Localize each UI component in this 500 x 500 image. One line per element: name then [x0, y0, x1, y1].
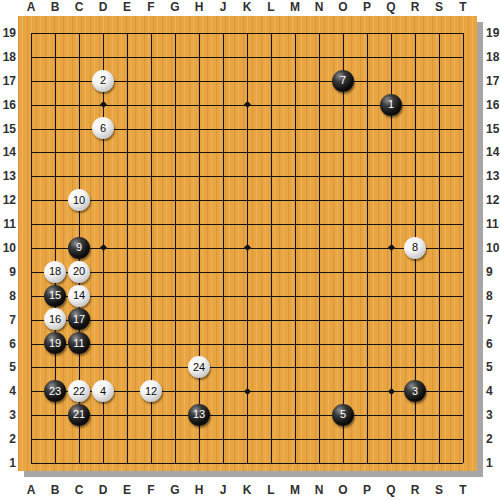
- row-label-left-1: 1: [1, 456, 16, 470]
- col-label-top-J: J: [213, 0, 233, 14]
- go-stone-white-c8: 14: [68, 285, 90, 307]
- move-number: 5: [340, 409, 346, 420]
- col-label-top-M: M: [285, 0, 305, 14]
- col-label-bottom-P: P: [357, 483, 377, 497]
- go-stone-black-h3: 13: [188, 404, 210, 426]
- row-label-left-13: 13: [1, 169, 16, 183]
- row-label-left-18: 18: [1, 50, 16, 64]
- col-label-top-F: F: [141, 0, 161, 14]
- move-number: 11: [73, 338, 84, 349]
- row-label-left-8: 8: [1, 289, 16, 303]
- go-stone-black-b6: 19: [44, 332, 66, 354]
- row-label-left-2: 2: [1, 432, 16, 446]
- row-label-left-14: 14: [1, 145, 16, 159]
- row-label-right-2: 2: [486, 432, 500, 446]
- go-stone-white-f4: 12: [140, 380, 162, 402]
- move-number: 8: [412, 242, 418, 253]
- go-stone-black-o3: 5: [332, 404, 354, 426]
- row-label-right-12: 12: [486, 193, 500, 207]
- row-label-right-18: 18: [486, 50, 500, 64]
- move-number: 22: [73, 386, 85, 397]
- move-number: 6: [100, 123, 106, 134]
- move-number: 2: [100, 75, 106, 86]
- col-label-bottom-O: O: [333, 483, 353, 497]
- row-label-right-11: 11: [486, 217, 500, 231]
- col-label-bottom-K: K: [237, 483, 257, 497]
- star-point: [99, 244, 106, 251]
- col-label-bottom-L: L: [261, 483, 281, 497]
- star-point: [243, 388, 250, 395]
- row-label-right-5: 5: [486, 360, 500, 374]
- col-label-bottom-T: T: [453, 483, 473, 497]
- star-point: [243, 244, 250, 251]
- row-label-right-16: 16: [486, 98, 500, 112]
- move-number: 16: [49, 314, 61, 325]
- row-label-right-1: 1: [486, 456, 500, 470]
- row-label-left-9: 9: [1, 265, 16, 279]
- col-label-top-C: C: [69, 0, 89, 14]
- col-label-bottom-F: F: [141, 483, 161, 497]
- go-stone-black-o17: 7: [332, 70, 354, 92]
- col-label-bottom-E: E: [117, 483, 137, 497]
- col-label-bottom-G: G: [165, 483, 185, 497]
- go-stone-white-d17: 2: [92, 70, 114, 92]
- row-label-right-15: 15: [486, 122, 500, 136]
- go-stone-black-c3: 21: [68, 404, 90, 426]
- col-label-top-G: G: [165, 0, 185, 14]
- col-label-bottom-Q: Q: [381, 483, 401, 497]
- col-label-top-L: L: [261, 0, 281, 14]
- row-label-left-19: 19: [1, 26, 16, 40]
- move-number: 10: [73, 195, 85, 206]
- row-label-left-6: 6: [1, 337, 16, 351]
- col-label-bottom-S: S: [429, 483, 449, 497]
- move-number: 9: [76, 242, 82, 253]
- col-label-top-R: R: [405, 0, 425, 14]
- go-stone-black-c7: 17: [68, 308, 90, 330]
- star-point: [387, 244, 394, 251]
- row-label-left-17: 17: [1, 74, 16, 88]
- star-point: [243, 101, 250, 108]
- col-label-top-A: A: [21, 0, 41, 14]
- col-label-bottom-H: H: [189, 483, 209, 497]
- col-label-bottom-D: D: [93, 483, 113, 497]
- move-number: 20: [73, 266, 85, 277]
- row-label-right-9: 9: [486, 265, 500, 279]
- move-number: 3: [412, 386, 418, 397]
- move-number: 12: [145, 386, 157, 397]
- go-stone-white-r10: 8: [404, 237, 426, 259]
- row-label-left-10: 10: [1, 241, 16, 255]
- go-stone-white-c4: 22: [68, 380, 90, 402]
- col-label-bottom-R: R: [405, 483, 425, 497]
- star-point: [99, 101, 106, 108]
- move-number: 23: [49, 386, 61, 397]
- row-label-right-17: 17: [486, 74, 500, 88]
- row-label-left-11: 11: [1, 217, 16, 231]
- col-label-bottom-B: B: [45, 483, 65, 497]
- move-number: 21: [73, 409, 85, 420]
- col-label-top-S: S: [429, 0, 449, 14]
- col-label-top-K: K: [237, 0, 257, 14]
- row-label-left-7: 7: [1, 313, 16, 327]
- row-label-left-5: 5: [1, 360, 16, 374]
- go-stone-black-c6: 11: [68, 332, 90, 354]
- go-stone-black-b8: 15: [44, 285, 66, 307]
- col-label-top-E: E: [117, 0, 137, 14]
- move-number: 13: [193, 409, 205, 420]
- row-label-right-7: 7: [486, 313, 500, 327]
- move-number: 15: [49, 290, 61, 301]
- move-number: 17: [73, 314, 85, 325]
- row-label-right-8: 8: [486, 289, 500, 303]
- go-stone-white-c9: 20: [68, 261, 90, 283]
- row-label-right-6: 6: [486, 337, 500, 351]
- move-number: 24: [193, 362, 205, 373]
- col-label-top-B: B: [45, 0, 65, 14]
- row-label-right-13: 13: [486, 169, 500, 183]
- row-label-left-16: 16: [1, 98, 16, 112]
- move-number: 7: [340, 75, 346, 86]
- go-stone-white-b7: 16: [44, 308, 66, 330]
- col-label-bottom-M: M: [285, 483, 305, 497]
- row-label-right-14: 14: [486, 145, 500, 159]
- row-label-right-19: 19: [486, 26, 500, 40]
- go-stone-black-r4: 3: [404, 380, 426, 402]
- move-number: 18: [49, 266, 61, 277]
- row-label-right-3: 3: [486, 408, 500, 422]
- row-label-left-12: 12: [1, 193, 16, 207]
- col-label-top-N: N: [309, 0, 329, 14]
- move-number: 1: [388, 99, 394, 110]
- col-label-top-O: O: [333, 0, 353, 14]
- col-label-top-P: P: [357, 0, 377, 14]
- go-stone-white-b9: 18: [44, 261, 66, 283]
- col-label-top-H: H: [189, 0, 209, 14]
- col-label-top-D: D: [93, 0, 113, 14]
- go-stone-white-c12: 10: [68, 189, 90, 211]
- go-stone-white-d4: 4: [92, 380, 114, 402]
- go-stone-white-d15: 6: [92, 117, 114, 139]
- stones-layer: 123456789101112131415161718192021222324: [19, 21, 475, 475]
- go-board[interactable]: 123456789101112131415161718192021222324: [18, 16, 477, 471]
- go-stone-black-c10: 9: [68, 237, 90, 259]
- star-point: [387, 388, 394, 395]
- move-number: 14: [73, 290, 85, 301]
- col-label-bottom-N: N: [309, 483, 329, 497]
- row-label-left-4: 4: [1, 384, 16, 398]
- go-stone-black-q16: 1: [380, 94, 402, 116]
- col-label-bottom-J: J: [213, 483, 233, 497]
- go-stone-black-b4: 23: [44, 380, 66, 402]
- col-label-top-Q: Q: [381, 0, 401, 14]
- col-label-top-T: T: [453, 0, 473, 14]
- move-number: 19: [49, 338, 61, 349]
- col-label-bottom-A: A: [21, 483, 41, 497]
- row-label-right-10: 10: [486, 241, 500, 255]
- go-stone-white-h5: 24: [188, 356, 210, 378]
- row-label-right-4: 4: [486, 384, 500, 398]
- move-number: 4: [100, 386, 106, 397]
- row-label-left-3: 3: [1, 408, 16, 422]
- row-label-left-15: 15: [1, 122, 16, 136]
- col-label-bottom-C: C: [69, 483, 89, 497]
